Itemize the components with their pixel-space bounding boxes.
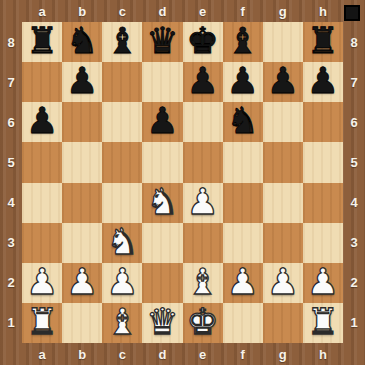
square-c3[interactable]: ♞ [102,223,142,263]
square-f5[interactable] [223,142,263,182]
square-d3[interactable] [142,223,182,263]
white-king-e1: ♚ [186,304,218,340]
black-pawn-e7: ♟ [186,63,218,99]
black-bishop-c8: ♝ [106,23,138,59]
file-label-top-c: c [102,0,142,22]
square-h1[interactable]: ♜ [303,303,343,343]
square-f6[interactable]: ♞ [223,102,263,142]
file-label-top-g: g [263,0,303,22]
black-pawn-h7: ♟ [307,63,339,99]
white-pawn-h2: ♟ [307,264,339,300]
square-h6[interactable] [303,102,343,142]
square-h7[interactable]: ♟ [303,62,343,102]
black-bishop-f8: ♝ [227,23,259,59]
square-h8[interactable]: ♜ [303,22,343,62]
square-d8[interactable]: ♛ [142,22,182,62]
rank-label-right-1: 1 [343,303,365,343]
square-f2[interactable]: ♟ [223,263,263,303]
rank-label-left-4: 4 [0,183,22,223]
square-g5[interactable] [263,142,303,182]
rank-label-right-3: 3 [343,223,365,263]
square-e3[interactable] [183,223,223,263]
white-rook-h1: ♜ [307,304,339,340]
square-b4[interactable] [62,183,102,223]
square-h5[interactable] [303,142,343,182]
white-pawn-c2: ♟ [106,264,138,300]
file-label-top-d: d [142,0,182,22]
black-pawn-f7: ♟ [227,63,259,99]
black-knight-b8: ♞ [66,23,98,59]
rank-label-right-2: 2 [343,263,365,303]
side-to-move-indicator [344,5,360,21]
square-e6[interactable] [183,102,223,142]
file-label-top-e: e [183,0,223,22]
square-c1[interactable]: ♝ [102,303,142,343]
square-a3[interactable] [22,223,62,263]
black-queen-d8: ♛ [146,23,178,59]
file-label-bottom-b: b [62,343,102,365]
file-label-bottom-a: a [22,343,62,365]
file-label-bottom-c: c [102,343,142,365]
rank-label-right-8: 8 [343,22,365,62]
rank-label-left-7: 7 [0,62,22,102]
black-pawn-g7: ♟ [267,63,299,99]
square-h2[interactable]: ♟ [303,263,343,303]
square-a5[interactable] [22,142,62,182]
white-pawn-g2: ♟ [267,264,299,300]
file-labels-bottom: abcdefgh [22,343,343,365]
square-g7[interactable]: ♟ [263,62,303,102]
white-bishop-e2: ♝ [186,264,218,300]
square-a2[interactable]: ♟ [22,263,62,303]
file-label-top-b: b [62,0,102,22]
square-f8[interactable]: ♝ [223,22,263,62]
square-g6[interactable] [263,102,303,142]
file-label-bottom-h: h [303,343,343,365]
rank-labels-right: 87654321 [343,22,365,343]
chess-board-frame: abcdefgh abcdefgh 87654321 87654321 ♜♞♝♛… [0,0,365,365]
square-g3[interactable] [263,223,303,263]
square-b8[interactable]: ♞ [62,22,102,62]
square-g2[interactable]: ♟ [263,263,303,303]
square-a4[interactable] [22,183,62,223]
square-g1[interactable] [263,303,303,343]
black-rook-h8: ♜ [307,23,339,59]
square-d6[interactable]: ♟ [142,102,182,142]
square-d1[interactable]: ♛ [142,303,182,343]
rank-label-left-1: 1 [0,303,22,343]
square-e5[interactable] [183,142,223,182]
square-c5[interactable] [102,142,142,182]
rank-label-left-6: 6 [0,102,22,142]
black-pawn-b7: ♟ [66,63,98,99]
square-c2[interactable]: ♟ [102,263,142,303]
square-d7[interactable] [142,62,182,102]
white-pawn-e4: ♟ [186,184,218,220]
square-h3[interactable] [303,223,343,263]
square-h4[interactable] [303,183,343,223]
square-b1[interactable] [62,303,102,343]
file-label-top-f: f [223,0,263,22]
square-f3[interactable] [223,223,263,263]
square-a8[interactable]: ♜ [22,22,62,62]
square-c4[interactable] [102,183,142,223]
square-g4[interactable] [263,183,303,223]
white-pawn-f2: ♟ [227,264,259,300]
square-b2[interactable]: ♟ [62,263,102,303]
file-labels-top: abcdefgh [22,0,343,22]
file-label-bottom-f: f [223,343,263,365]
square-e2[interactable]: ♝ [183,263,223,303]
square-b6[interactable] [62,102,102,142]
rank-label-right-4: 4 [343,183,365,223]
square-a1[interactable]: ♜ [22,303,62,343]
square-e1[interactable]: ♚ [183,303,223,343]
white-queen-d1: ♛ [146,304,178,340]
black-king-e8: ♚ [186,23,218,59]
rank-label-right-7: 7 [343,62,365,102]
black-knight-f6: ♞ [227,103,259,139]
square-d5[interactable] [142,142,182,182]
square-f1[interactable] [223,303,263,343]
square-g8[interactable] [263,22,303,62]
chess-board: ♜♞♝♛♚♝♜♟♟♟♟♟♟♟♞♞♟♞♟♟♟♝♟♟♟♜♝♛♚♜ [22,22,343,343]
square-e4[interactable]: ♟ [183,183,223,223]
square-e8[interactable]: ♚ [183,22,223,62]
black-rook-a8: ♜ [26,23,58,59]
file-label-bottom-d: d [142,343,182,365]
white-pawn-b2: ♟ [66,264,98,300]
white-knight-d4: ♞ [146,184,178,220]
square-f7[interactable]: ♟ [223,62,263,102]
black-pawn-a6: ♟ [26,103,58,139]
rank-label-left-2: 2 [0,263,22,303]
rank-label-right-5: 5 [343,142,365,182]
rank-label-left-3: 3 [0,223,22,263]
square-b5[interactable] [62,142,102,182]
rank-label-right-6: 6 [343,102,365,142]
white-pawn-a2: ♟ [26,264,58,300]
square-a6[interactable]: ♟ [22,102,62,142]
white-rook-a1: ♜ [26,304,58,340]
square-a7[interactable] [22,62,62,102]
square-c6[interactable] [102,102,142,142]
square-e7[interactable]: ♟ [183,62,223,102]
white-bishop-c1: ♝ [106,304,138,340]
rank-label-left-5: 5 [0,142,22,182]
square-c7[interactable] [102,62,142,102]
square-d2[interactable] [142,263,182,303]
square-b7[interactable]: ♟ [62,62,102,102]
rank-label-left-8: 8 [0,22,22,62]
file-label-bottom-e: e [183,343,223,365]
square-c8[interactable]: ♝ [102,22,142,62]
square-d4[interactable]: ♞ [142,183,182,223]
black-pawn-d6: ♟ [146,103,178,139]
rank-labels-left: 87654321 [0,22,22,343]
white-knight-c3: ♞ [106,224,138,260]
square-b3[interactable] [62,223,102,263]
file-label-top-a: a [22,0,62,22]
file-label-bottom-g: g [263,343,303,365]
square-f4[interactable] [223,183,263,223]
file-label-top-h: h [303,0,343,22]
